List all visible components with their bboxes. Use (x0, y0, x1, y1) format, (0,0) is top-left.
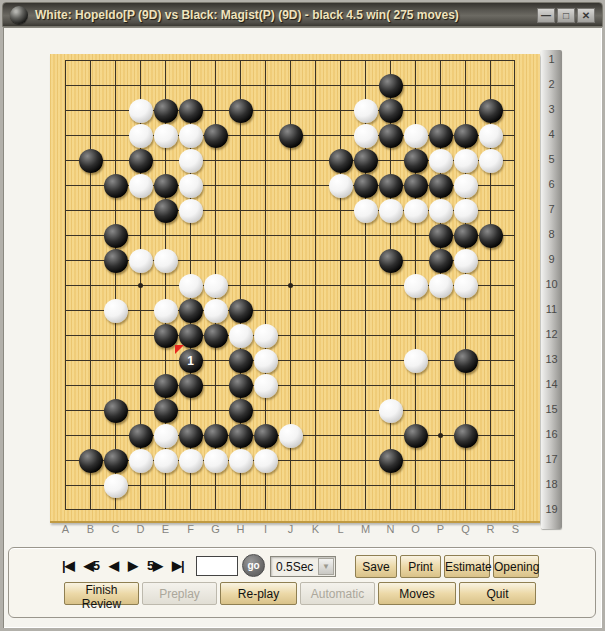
point-R16[interactable] (478, 423, 503, 448)
point-K16[interactable] (303, 423, 328, 448)
finish-review-button[interactable]: Finish Review (64, 582, 139, 605)
point-L1[interactable] (328, 48, 353, 73)
point-J4[interactable] (278, 123, 303, 148)
point-C17[interactable] (103, 448, 128, 473)
print-button[interactable]: Print (400, 555, 441, 578)
point-B13[interactable] (78, 348, 103, 373)
point-M12[interactable] (353, 323, 378, 348)
point-J5[interactable] (278, 148, 303, 173)
point-E18[interactable] (153, 473, 178, 498)
point-Q17[interactable] (453, 448, 478, 473)
point-S3[interactable] (503, 98, 528, 123)
point-D1[interactable] (128, 48, 153, 73)
point-L12[interactable] (328, 323, 353, 348)
point-K11[interactable] (303, 298, 328, 323)
point-C7[interactable] (103, 198, 128, 223)
point-I7[interactable] (253, 198, 278, 223)
point-A12[interactable] (53, 323, 78, 348)
point-H16[interactable] (228, 423, 253, 448)
point-B5[interactable] (78, 148, 103, 173)
point-Q19[interactable] (453, 498, 478, 523)
point-D4[interactable] (128, 123, 153, 148)
point-A9[interactable] (53, 248, 78, 273)
point-S15[interactable] (503, 398, 528, 423)
nav-forward5-button[interactable]: 5▶ (147, 558, 162, 573)
point-C13[interactable] (103, 348, 128, 373)
point-O4[interactable] (403, 123, 428, 148)
point-K7[interactable] (303, 198, 328, 223)
point-O1[interactable] (403, 48, 428, 73)
point-A5[interactable] (53, 148, 78, 173)
point-S14[interactable] (503, 373, 528, 398)
point-M19[interactable] (353, 498, 378, 523)
point-E11[interactable] (153, 298, 178, 323)
point-K9[interactable] (303, 248, 328, 273)
point-F6[interactable] (178, 173, 203, 198)
point-M9[interactable] (353, 248, 378, 273)
point-F11[interactable] (178, 298, 203, 323)
point-F17[interactable] (178, 448, 203, 473)
point-F13[interactable]: 1 (178, 348, 203, 373)
point-K2[interactable] (303, 73, 328, 98)
point-F3[interactable] (178, 98, 203, 123)
point-F16[interactable] (178, 423, 203, 448)
point-L18[interactable] (328, 473, 353, 498)
point-M16[interactable] (353, 423, 378, 448)
point-L9[interactable] (328, 248, 353, 273)
point-H15[interactable] (228, 398, 253, 423)
point-D5[interactable] (128, 148, 153, 173)
point-C1[interactable] (103, 48, 128, 73)
point-N7[interactable] (378, 198, 403, 223)
point-E7[interactable] (153, 198, 178, 223)
point-P12[interactable] (428, 323, 453, 348)
point-I12[interactable] (253, 323, 278, 348)
point-L17[interactable] (328, 448, 353, 473)
point-B8[interactable] (78, 223, 103, 248)
point-D15[interactable] (128, 398, 153, 423)
point-H19[interactable] (228, 498, 253, 523)
point-K19[interactable] (303, 498, 328, 523)
point-A17[interactable] (53, 448, 78, 473)
point-H6[interactable] (228, 173, 253, 198)
point-A8[interactable] (53, 223, 78, 248)
point-G6[interactable] (203, 173, 228, 198)
point-G15[interactable] (203, 398, 228, 423)
point-C5[interactable] (103, 148, 128, 173)
point-S12[interactable] (503, 323, 528, 348)
point-G16[interactable] (203, 423, 228, 448)
point-I4[interactable] (253, 123, 278, 148)
point-O3[interactable] (403, 98, 428, 123)
point-B17[interactable] (78, 448, 103, 473)
point-D16[interactable] (128, 423, 153, 448)
point-R11[interactable] (478, 298, 503, 323)
point-J7[interactable] (278, 198, 303, 223)
point-D19[interactable] (128, 498, 153, 523)
point-Q10[interactable] (453, 273, 478, 298)
point-I9[interactable] (253, 248, 278, 273)
point-N18[interactable] (378, 473, 403, 498)
point-Q11[interactable] (453, 298, 478, 323)
point-Q15[interactable] (453, 398, 478, 423)
point-J13[interactable] (278, 348, 303, 373)
point-G9[interactable] (203, 248, 228, 273)
point-C8[interactable] (103, 223, 128, 248)
point-P10[interactable] (428, 273, 453, 298)
point-C11[interactable] (103, 298, 128, 323)
point-A13[interactable] (53, 348, 78, 373)
point-A7[interactable] (53, 198, 78, 223)
point-M18[interactable] (353, 473, 378, 498)
point-E8[interactable] (153, 223, 178, 248)
point-P5[interactable] (428, 148, 453, 173)
point-E16[interactable] (153, 423, 178, 448)
point-Q5[interactable] (453, 148, 478, 173)
point-S18[interactable] (503, 473, 528, 498)
point-G18[interactable] (203, 473, 228, 498)
point-G4[interactable] (203, 123, 228, 148)
point-R19[interactable] (478, 498, 503, 523)
point-L19[interactable] (328, 498, 353, 523)
point-O11[interactable] (403, 298, 428, 323)
point-M14[interactable] (353, 373, 378, 398)
point-D8[interactable] (128, 223, 153, 248)
point-A14[interactable] (53, 373, 78, 398)
point-H3[interactable] (228, 98, 253, 123)
point-G11[interactable] (203, 298, 228, 323)
point-A16[interactable] (53, 423, 78, 448)
point-R8[interactable] (478, 223, 503, 248)
chevron-down-icon[interactable]: ▼ (318, 558, 334, 575)
point-Q9[interactable] (453, 248, 478, 273)
point-K15[interactable] (303, 398, 328, 423)
point-L8[interactable] (328, 223, 353, 248)
point-A11[interactable] (53, 298, 78, 323)
point-R2[interactable] (478, 73, 503, 98)
point-N14[interactable] (378, 373, 403, 398)
point-L16[interactable] (328, 423, 353, 448)
point-R7[interactable] (478, 198, 503, 223)
point-K8[interactable] (303, 223, 328, 248)
point-I2[interactable] (253, 73, 278, 98)
point-N8[interactable] (378, 223, 403, 248)
point-S8[interactable] (503, 223, 528, 248)
point-E9[interactable] (153, 248, 178, 273)
save-button[interactable]: Save (355, 555, 397, 578)
point-N6[interactable] (378, 173, 403, 198)
point-G13[interactable] (203, 348, 228, 373)
point-I18[interactable] (253, 473, 278, 498)
point-R4[interactable] (478, 123, 503, 148)
point-B2[interactable] (78, 73, 103, 98)
point-M10[interactable] (353, 273, 378, 298)
point-S1[interactable] (503, 48, 528, 73)
point-G17[interactable] (203, 448, 228, 473)
go-button[interactable]: go (242, 554, 265, 577)
point-S9[interactable] (503, 248, 528, 273)
point-G14[interactable] (203, 373, 228, 398)
point-C10[interactable] (103, 273, 128, 298)
nav-back5-button[interactable]: ◀5 (84, 558, 99, 573)
point-P18[interactable] (428, 473, 453, 498)
point-Q7[interactable] (453, 198, 478, 223)
point-R17[interactable] (478, 448, 503, 473)
point-F8[interactable] (178, 223, 203, 248)
point-L15[interactable] (328, 398, 353, 423)
point-I10[interactable] (253, 273, 278, 298)
point-G3[interactable] (203, 98, 228, 123)
point-O16[interactable] (403, 423, 428, 448)
point-E2[interactable] (153, 73, 178, 98)
point-J8[interactable] (278, 223, 303, 248)
point-Q6[interactable] (453, 173, 478, 198)
point-M8[interactable] (353, 223, 378, 248)
point-L6[interactable] (328, 173, 353, 198)
point-D14[interactable] (128, 373, 153, 398)
point-A1[interactable] (53, 48, 78, 73)
point-H11[interactable] (228, 298, 253, 323)
point-S5[interactable] (503, 148, 528, 173)
point-A2[interactable] (53, 73, 78, 98)
point-G10[interactable] (203, 273, 228, 298)
point-H2[interactable] (228, 73, 253, 98)
point-S6[interactable] (503, 173, 528, 198)
point-F14[interactable] (178, 373, 203, 398)
point-Q18[interactable] (453, 473, 478, 498)
point-R6[interactable] (478, 173, 503, 198)
point-L14[interactable] (328, 373, 353, 398)
point-C19[interactable] (103, 498, 128, 523)
point-Q3[interactable] (453, 98, 478, 123)
point-O6[interactable] (403, 173, 428, 198)
point-K18[interactable] (303, 473, 328, 498)
point-S19[interactable] (503, 498, 528, 523)
nav-back-button[interactable]: ◀ (109, 558, 118, 573)
point-N4[interactable] (378, 123, 403, 148)
point-M3[interactable] (353, 98, 378, 123)
point-J9[interactable] (278, 248, 303, 273)
point-A6[interactable] (53, 173, 78, 198)
point-K5[interactable] (303, 148, 328, 173)
point-G12[interactable] (203, 323, 228, 348)
maximize-icon[interactable]: □ (557, 8, 575, 23)
point-B3[interactable] (78, 98, 103, 123)
point-A18[interactable] (53, 473, 78, 498)
point-F2[interactable] (178, 73, 203, 98)
point-O12[interactable] (403, 323, 428, 348)
point-S17[interactable] (503, 448, 528, 473)
point-C6[interactable] (103, 173, 128, 198)
point-C14[interactable] (103, 373, 128, 398)
point-M7[interactable] (353, 198, 378, 223)
point-O8[interactable] (403, 223, 428, 248)
point-F18[interactable] (178, 473, 203, 498)
point-H9[interactable] (228, 248, 253, 273)
point-H8[interactable] (228, 223, 253, 248)
point-R15[interactable] (478, 398, 503, 423)
point-D12[interactable] (128, 323, 153, 348)
point-I5[interactable] (253, 148, 278, 173)
point-O10[interactable] (403, 273, 428, 298)
point-P13[interactable] (428, 348, 453, 373)
point-R18[interactable] (478, 473, 503, 498)
point-I16[interactable] (253, 423, 278, 448)
point-I19[interactable] (253, 498, 278, 523)
point-D3[interactable] (128, 98, 153, 123)
point-N12[interactable] (378, 323, 403, 348)
point-E5[interactable] (153, 148, 178, 173)
point-F19[interactable] (178, 498, 203, 523)
point-M2[interactable] (353, 73, 378, 98)
point-S13[interactable] (503, 348, 528, 373)
point-F1[interactable] (178, 48, 203, 73)
point-B12[interactable] (78, 323, 103, 348)
point-K1[interactable] (303, 48, 328, 73)
point-I15[interactable] (253, 398, 278, 423)
point-N17[interactable] (378, 448, 403, 473)
point-K10[interactable] (303, 273, 328, 298)
point-O13[interactable] (403, 348, 428, 373)
point-F9[interactable] (178, 248, 203, 273)
point-K14[interactable] (303, 373, 328, 398)
point-K17[interactable] (303, 448, 328, 473)
point-J6[interactable] (278, 173, 303, 198)
point-G19[interactable] (203, 498, 228, 523)
point-J12[interactable] (278, 323, 303, 348)
point-B15[interactable] (78, 398, 103, 423)
point-S10[interactable] (503, 273, 528, 298)
point-E1[interactable] (153, 48, 178, 73)
speed-dropdown[interactable]: 0.5Sec ▼ (270, 556, 336, 577)
point-J11[interactable] (278, 298, 303, 323)
point-D13[interactable] (128, 348, 153, 373)
point-Q1[interactable] (453, 48, 478, 73)
point-N9[interactable] (378, 248, 403, 273)
point-Q14[interactable] (453, 373, 478, 398)
point-D2[interactable] (128, 73, 153, 98)
point-M6[interactable] (353, 173, 378, 198)
point-K3[interactable] (303, 98, 328, 123)
point-B19[interactable] (78, 498, 103, 523)
point-C9[interactable] (103, 248, 128, 273)
point-F4[interactable] (178, 123, 203, 148)
point-L11[interactable] (328, 298, 353, 323)
point-O5[interactable] (403, 148, 428, 173)
point-K6[interactable] (303, 173, 328, 198)
point-B9[interactable] (78, 248, 103, 273)
point-G7[interactable] (203, 198, 228, 223)
point-H4[interactable] (228, 123, 253, 148)
point-N3[interactable] (378, 98, 403, 123)
point-S7[interactable] (503, 198, 528, 223)
point-R14[interactable] (478, 373, 503, 398)
nav-last-button[interactable]: ▶| (172, 558, 184, 573)
point-H18[interactable] (228, 473, 253, 498)
point-N1[interactable] (378, 48, 403, 73)
nav-forward-button[interactable]: ▶ (128, 558, 137, 573)
minimize-icon[interactable]: — (537, 8, 555, 23)
automatic-button[interactable]: Automatic (300, 582, 375, 605)
point-I6[interactable] (253, 173, 278, 198)
point-O18[interactable] (403, 473, 428, 498)
point-L5[interactable] (328, 148, 353, 173)
point-D18[interactable] (128, 473, 153, 498)
point-O2[interactable] (403, 73, 428, 98)
quit-button[interactable]: Quit (459, 582, 536, 605)
point-K13[interactable] (303, 348, 328, 373)
point-R3[interactable] (478, 98, 503, 123)
point-S11[interactable] (503, 298, 528, 323)
point-R9[interactable] (478, 248, 503, 273)
point-B16[interactable] (78, 423, 103, 448)
point-B10[interactable] (78, 273, 103, 298)
opening-button[interactable]: Opening (493, 555, 539, 578)
point-J19[interactable] (278, 498, 303, 523)
point-B14[interactable] (78, 373, 103, 398)
point-A15[interactable] (53, 398, 78, 423)
point-P19[interactable] (428, 498, 453, 523)
point-K12[interactable] (303, 323, 328, 348)
point-I1[interactable] (253, 48, 278, 73)
point-N15[interactable] (378, 398, 403, 423)
point-Q12[interactable] (453, 323, 478, 348)
point-J17[interactable] (278, 448, 303, 473)
point-I3[interactable] (253, 98, 278, 123)
point-N19[interactable] (378, 498, 403, 523)
point-A10[interactable] (53, 273, 78, 298)
point-N13[interactable] (378, 348, 403, 373)
point-S2[interactable] (503, 73, 528, 98)
replay-button[interactable]: Re-play (220, 582, 297, 605)
point-F15[interactable] (178, 398, 203, 423)
point-Q8[interactable] (453, 223, 478, 248)
point-G8[interactable] (203, 223, 228, 248)
point-M1[interactable] (353, 48, 378, 73)
point-A4[interactable] (53, 123, 78, 148)
point-C3[interactable] (103, 98, 128, 123)
point-I14[interactable] (253, 373, 278, 398)
point-N2[interactable] (378, 73, 403, 98)
point-P3[interactable] (428, 98, 453, 123)
point-N10[interactable] (378, 273, 403, 298)
point-B11[interactable] (78, 298, 103, 323)
point-O15[interactable] (403, 398, 428, 423)
point-S4[interactable] (503, 123, 528, 148)
point-N5[interactable] (378, 148, 403, 173)
point-J1[interactable] (278, 48, 303, 73)
point-D9[interactable] (128, 248, 153, 273)
point-O9[interactable] (403, 248, 428, 273)
point-H13[interactable] (228, 348, 253, 373)
point-R13[interactable] (478, 348, 503, 373)
point-E6[interactable] (153, 173, 178, 198)
point-H1[interactable] (228, 48, 253, 73)
point-M5[interactable] (353, 148, 378, 173)
point-M17[interactable] (353, 448, 378, 473)
point-E10[interactable] (153, 273, 178, 298)
point-J18[interactable] (278, 473, 303, 498)
point-G5[interactable] (203, 148, 228, 173)
point-H7[interactable] (228, 198, 253, 223)
point-P11[interactable] (428, 298, 453, 323)
point-P15[interactable] (428, 398, 453, 423)
point-B4[interactable] (78, 123, 103, 148)
point-F5[interactable] (178, 148, 203, 173)
point-P6[interactable] (428, 173, 453, 198)
point-L2[interactable] (328, 73, 353, 98)
point-N11[interactable] (378, 298, 403, 323)
